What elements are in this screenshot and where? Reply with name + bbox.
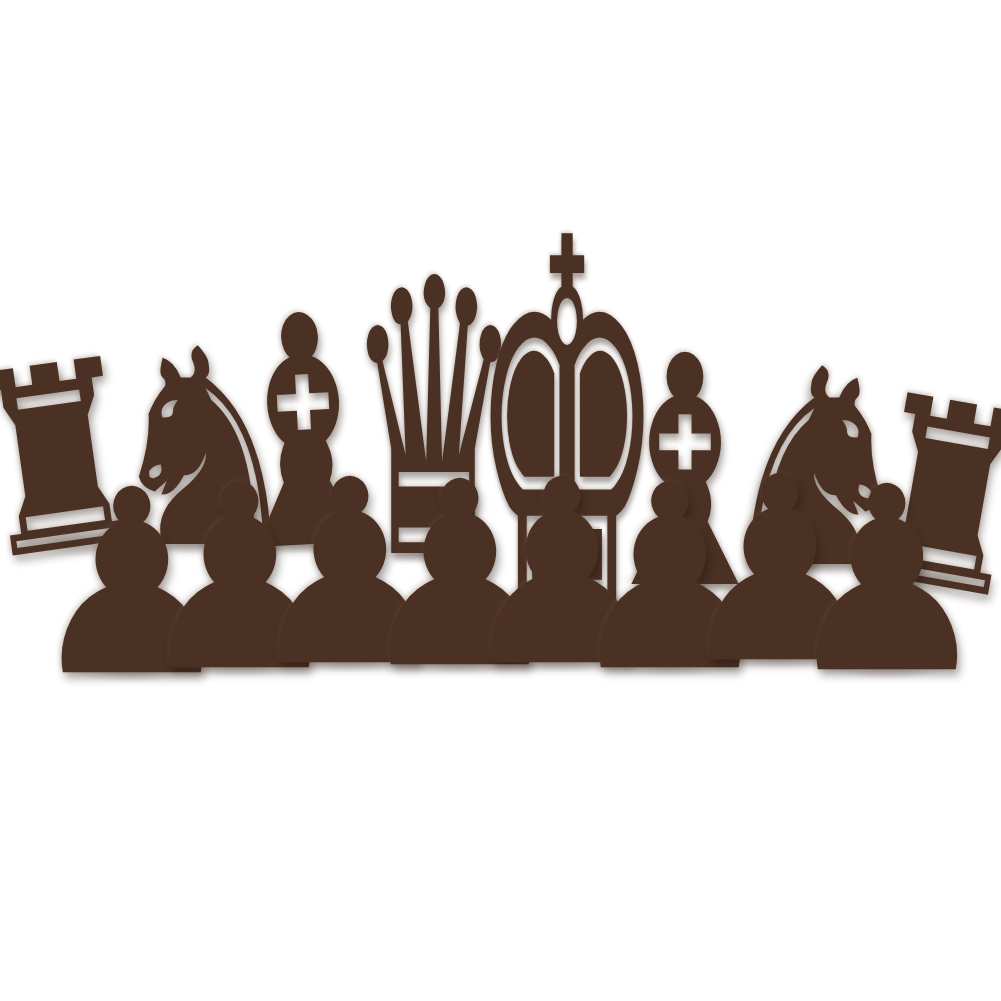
chess-set-photo: ♜ ♞ ♝ ♛ ♚ ♝ ♞ ♜ ♟ ♟ ♟ ♟ [0,0,1001,1001]
pawn-icon: ♟ [782,453,992,708]
piece-pawn-8: ♟ [773,453,1001,670]
